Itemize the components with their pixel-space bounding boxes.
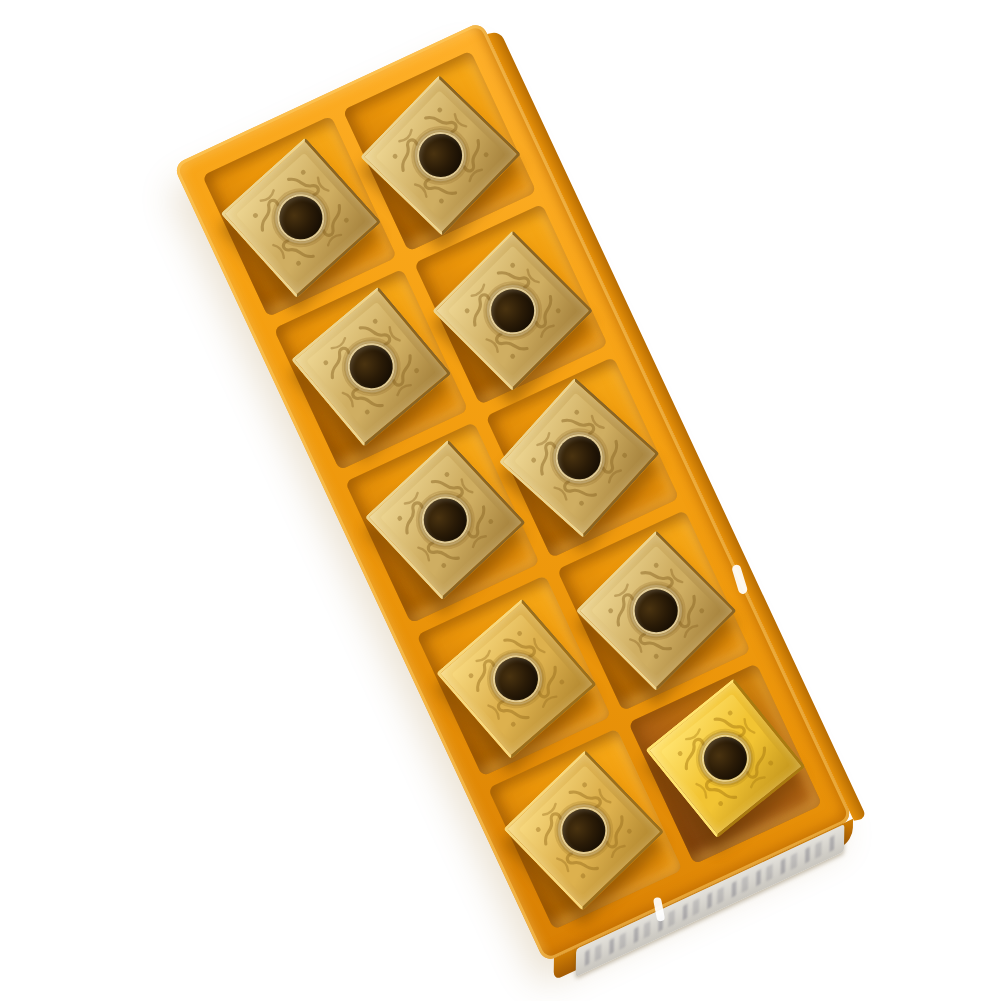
insert-tray: [173, 21, 853, 962]
tray-grid: [202, 51, 822, 930]
carbide-insert: [436, 599, 597, 760]
carbide-insert: [291, 286, 452, 447]
carbide-insert: [499, 377, 660, 538]
carbide-insert: [432, 230, 593, 391]
product-photo: [0, 0, 1001, 1001]
carbide-insert: [576, 530, 737, 691]
carbide-insert: [503, 750, 664, 911]
carbide-insert: [220, 137, 381, 298]
carbide-insert: [645, 678, 805, 838]
carbide-insert: [360, 75, 521, 236]
